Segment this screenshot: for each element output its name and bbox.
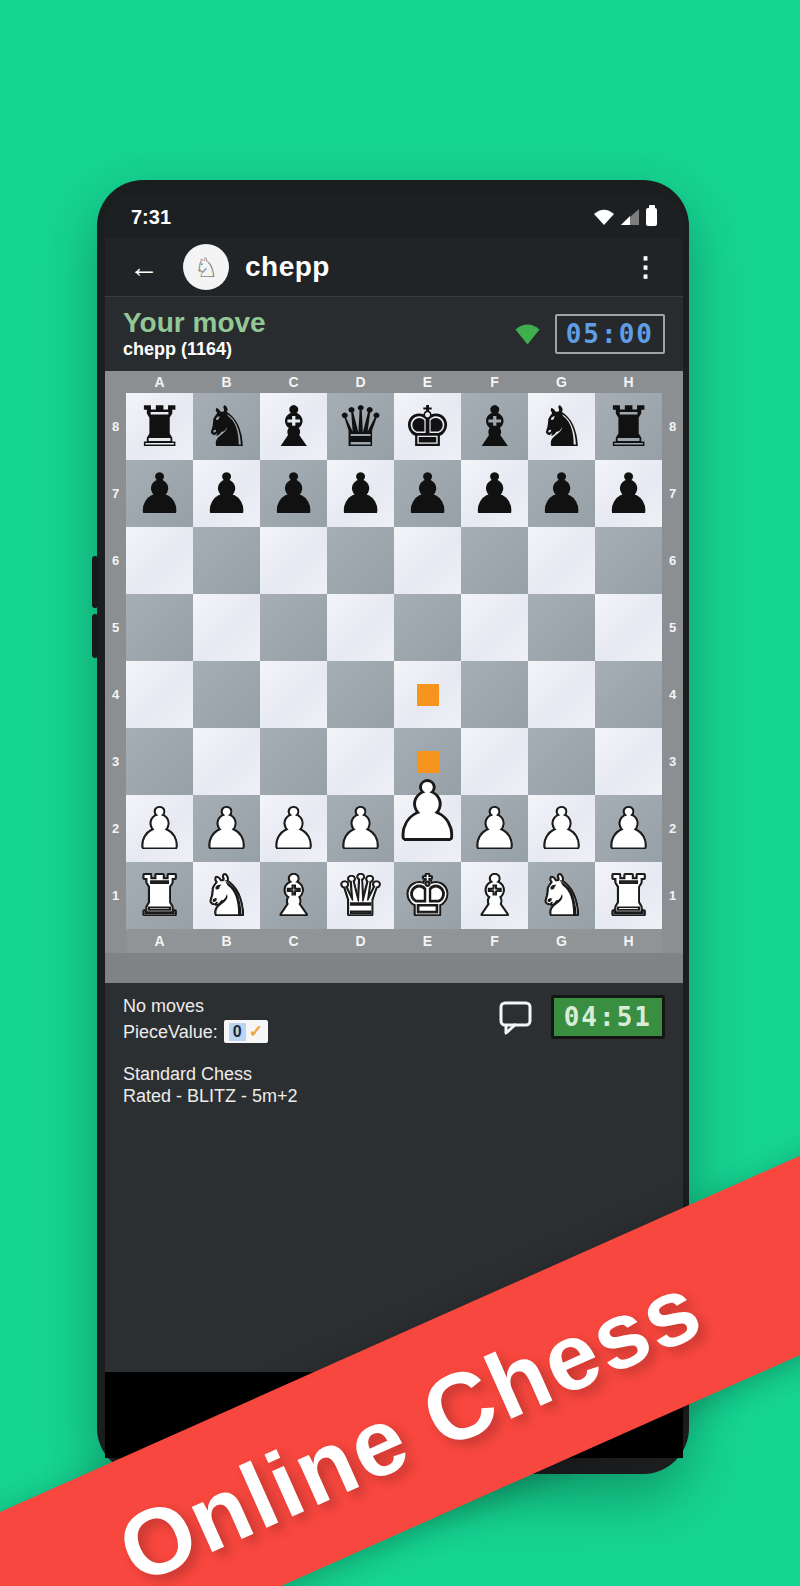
black-bishop-c8[interactable]: ♝ bbox=[260, 393, 327, 460]
rank-label-3: 3 bbox=[105, 728, 126, 795]
black-rook-a8[interactable]: ♜ bbox=[126, 393, 193, 460]
file-label-a: A bbox=[126, 371, 193, 393]
time-control-label: Rated - BLITZ - 5m+2 bbox=[123, 1085, 665, 1107]
square-b2[interactable]: ♟ bbox=[193, 795, 260, 862]
white-rook-a1[interactable]: ♜ bbox=[126, 862, 193, 929]
rank-label-7: 7 bbox=[662, 460, 683, 527]
board-frame-band bbox=[105, 953, 683, 983]
square-h2[interactable]: ♟ bbox=[595, 795, 662, 862]
white-knight-g1[interactable]: ♞ bbox=[528, 862, 595, 929]
white-bishop-f1[interactable]: ♝ bbox=[461, 862, 528, 929]
file-label-h: H bbox=[595, 929, 662, 953]
file-label-c: C bbox=[260, 929, 327, 953]
status-time: 7:31 bbox=[131, 206, 171, 229]
page-title: chepp bbox=[245, 251, 330, 283]
square-e1[interactable]: ♚ bbox=[394, 862, 461, 929]
rank-label-6: 6 bbox=[662, 527, 683, 594]
file-labels-bottom: ABCDEFGH bbox=[126, 929, 662, 953]
square-h8[interactable]: ♜ bbox=[595, 393, 662, 460]
square-a5[interactable] bbox=[126, 594, 193, 661]
square-h3[interactable] bbox=[595, 728, 662, 795]
square-g5[interactable] bbox=[528, 594, 595, 661]
power-button bbox=[92, 614, 98, 658]
square-g7[interactable]: ♟ bbox=[528, 460, 595, 527]
opponent-clock: 05:00 bbox=[555, 314, 665, 354]
white-pawn-b2[interactable]: ♟ bbox=[193, 795, 260, 862]
square-d7[interactable]: ♟ bbox=[327, 460, 394, 527]
black-pawn-h7[interactable]: ♟ bbox=[595, 460, 662, 527]
connection-wifi-icon bbox=[514, 323, 541, 345]
rank-label-5: 5 bbox=[662, 594, 683, 661]
square-e6[interactable] bbox=[394, 527, 461, 594]
square-h6[interactable] bbox=[595, 527, 662, 594]
square-a1[interactable]: ♜ bbox=[126, 862, 193, 929]
black-pawn-e7[interactable]: ♟ bbox=[394, 460, 461, 527]
square-e4[interactable] bbox=[394, 661, 461, 728]
square-d8[interactable]: ♛ bbox=[327, 393, 394, 460]
rank-label-3: 3 bbox=[662, 728, 683, 795]
piece-value: 0 bbox=[229, 1023, 246, 1041]
square-g4[interactable] bbox=[528, 661, 595, 728]
square-c8[interactable]: ♝ bbox=[260, 393, 327, 460]
square-c2[interactable]: ♟ bbox=[260, 795, 327, 862]
file-label-a: A bbox=[126, 929, 193, 953]
black-pawn-f7[interactable]: ♟ bbox=[461, 460, 528, 527]
wifi-icon bbox=[594, 209, 614, 225]
black-pawn-g7[interactable]: ♟ bbox=[528, 460, 595, 527]
phone-screen: 7:31 ← ♘ chepp ⋮ bbox=[105, 196, 683, 1372]
app-screenshot: 7:31 ← ♘ chepp ⋮ bbox=[0, 0, 800, 1586]
square-f4[interactable] bbox=[461, 661, 528, 728]
square-f1[interactable]: ♝ bbox=[461, 862, 528, 929]
player-clock: 04:51 bbox=[551, 995, 665, 1039]
white-pawn-c2[interactable]: ♟ bbox=[260, 795, 327, 862]
white-knight-b1[interactable]: ♞ bbox=[193, 862, 260, 929]
file-label-f: F bbox=[461, 371, 528, 393]
white-rook-h1[interactable]: ♜ bbox=[595, 862, 662, 929]
chess-board: ABCDEFGH 87654321 ♜♞♝♛♚♝♞♜♟♟♟♟♟♟♟♟♟♟♟♟♟♟… bbox=[105, 371, 683, 983]
square-a4[interactable] bbox=[126, 661, 193, 728]
rank-label-5: 5 bbox=[105, 594, 126, 661]
rank-label-8: 8 bbox=[662, 393, 683, 460]
square-f8[interactable]: ♝ bbox=[461, 393, 528, 460]
board-grid: ♜♞♝♛♚♝♞♜♟♟♟♟♟♟♟♟♟♟♟♟♟♟♟♟♜♞♝♛♚♝♞♜ bbox=[126, 393, 662, 929]
square-a6[interactable] bbox=[126, 527, 193, 594]
square-c5[interactable] bbox=[260, 594, 327, 661]
black-pawn-c7[interactable]: ♟ bbox=[260, 460, 327, 527]
white-queen-d1[interactable]: ♛ bbox=[327, 862, 394, 929]
app-bar: ← ♘ chepp ⋮ bbox=[105, 238, 683, 296]
square-c6[interactable] bbox=[260, 527, 327, 594]
square-c1[interactable]: ♝ bbox=[260, 862, 327, 929]
file-labels-top: ABCDEFGH bbox=[126, 371, 662, 393]
rank-labels-right: 87654321 bbox=[662, 393, 683, 929]
square-h5[interactable] bbox=[595, 594, 662, 661]
file-label-g: G bbox=[528, 371, 595, 393]
square-d6[interactable] bbox=[327, 527, 394, 594]
white-bishop-c1[interactable]: ♝ bbox=[260, 862, 327, 929]
rank-label-4: 4 bbox=[105, 661, 126, 728]
rank-label-2: 2 bbox=[105, 795, 126, 862]
battery-icon bbox=[646, 208, 657, 226]
square-a2[interactable]: ♟ bbox=[126, 795, 193, 862]
rank-label-1: 1 bbox=[105, 862, 126, 929]
file-label-g: G bbox=[528, 929, 595, 953]
square-e8[interactable]: ♚ bbox=[394, 393, 461, 460]
black-knight-g8[interactable]: ♞ bbox=[528, 393, 595, 460]
variant-label: Standard Chess bbox=[123, 1063, 665, 1085]
file-label-d: D bbox=[327, 371, 394, 393]
rank-labels-left: 87654321 bbox=[105, 393, 126, 929]
square-g1[interactable]: ♞ bbox=[528, 862, 595, 929]
volume-button bbox=[92, 556, 98, 608]
square-d5[interactable] bbox=[327, 594, 394, 661]
square-d4[interactable] bbox=[327, 661, 394, 728]
black-pawn-b7[interactable]: ♟ bbox=[193, 460, 260, 527]
black-bishop-f8[interactable]: ♝ bbox=[461, 393, 528, 460]
white-king-e1[interactable]: ♚ bbox=[394, 862, 461, 929]
move-hint-e4[interactable] bbox=[417, 684, 439, 706]
check-icon: ✓ bbox=[249, 1021, 263, 1042]
square-f5[interactable] bbox=[461, 594, 528, 661]
black-knight-b8[interactable]: ♞ bbox=[193, 393, 260, 460]
square-h4[interactable] bbox=[595, 661, 662, 728]
white-pawn-h2[interactable]: ♟ bbox=[595, 795, 662, 862]
rank-label-1: 1 bbox=[662, 862, 683, 929]
file-label-e: E bbox=[394, 371, 461, 393]
file-label-c: C bbox=[260, 371, 327, 393]
square-b4[interactable] bbox=[193, 661, 260, 728]
square-a8[interactable]: ♜ bbox=[126, 393, 193, 460]
black-rook-h8[interactable]: ♜ bbox=[595, 393, 662, 460]
back-button[interactable]: ← bbox=[129, 252, 159, 282]
rank-label-7: 7 bbox=[105, 460, 126, 527]
square-h7[interactable]: ♟ bbox=[595, 460, 662, 527]
opponent-avatar[interactable]: ♘ bbox=[183, 244, 229, 290]
file-label-d: D bbox=[327, 929, 394, 953]
chat-icon[interactable] bbox=[495, 997, 535, 1037]
square-e5[interactable] bbox=[394, 594, 461, 661]
white-pawn-e2[interactable]: ♟ bbox=[380, 764, 475, 859]
white-pawn-g2[interactable]: ♟ bbox=[528, 795, 595, 862]
square-c4[interactable] bbox=[260, 661, 327, 728]
file-label-e: E bbox=[394, 929, 461, 953]
rank-label-8: 8 bbox=[105, 393, 126, 460]
file-label-f: F bbox=[461, 929, 528, 953]
file-label-b: B bbox=[193, 371, 260, 393]
status-bar: 7:31 bbox=[105, 196, 683, 238]
square-b7[interactable]: ♟ bbox=[193, 460, 260, 527]
status-icons bbox=[594, 208, 657, 226]
square-f6[interactable] bbox=[461, 527, 528, 594]
white-pawn-a2[interactable]: ♟ bbox=[126, 795, 193, 862]
knight-avatar-icon: ♘ bbox=[194, 254, 218, 281]
rank-label-2: 2 bbox=[662, 795, 683, 862]
square-h1[interactable]: ♜ bbox=[595, 862, 662, 929]
square-g2[interactable]: ♟ bbox=[528, 795, 595, 862]
black-king-e8[interactable]: ♚ bbox=[394, 393, 461, 460]
square-a3[interactable] bbox=[126, 728, 193, 795]
square-e7[interactable]: ♟ bbox=[394, 460, 461, 527]
square-b8[interactable]: ♞ bbox=[193, 393, 260, 460]
square-b6[interactable] bbox=[193, 527, 260, 594]
square-d1[interactable]: ♛ bbox=[327, 862, 394, 929]
square-a7[interactable]: ♟ bbox=[126, 460, 193, 527]
black-pawn-d7[interactable]: ♟ bbox=[327, 460, 394, 527]
turn-panel: Your move chepp (1164) 05:00 bbox=[105, 296, 683, 371]
turn-status: Your move bbox=[123, 308, 266, 338]
file-label-b: B bbox=[193, 929, 260, 953]
file-label-h: H bbox=[595, 371, 662, 393]
square-b3[interactable] bbox=[193, 728, 260, 795]
square-c3[interactable] bbox=[260, 728, 327, 795]
square-b1[interactable]: ♞ bbox=[193, 862, 260, 929]
piece-value-box[interactable]: 0 ✓ bbox=[224, 1020, 268, 1043]
opponent-name-rating: chepp (1164) bbox=[123, 338, 266, 360]
rank-label-4: 4 bbox=[662, 661, 683, 728]
square-b5[interactable] bbox=[193, 594, 260, 661]
square-g8[interactable]: ♞ bbox=[528, 393, 595, 460]
cell-signal-icon bbox=[621, 209, 639, 225]
square-e2[interactable]: ♟ bbox=[394, 795, 461, 862]
rank-label-6: 6 bbox=[105, 527, 126, 594]
square-c7[interactable]: ♟ bbox=[260, 460, 327, 527]
square-g3[interactable] bbox=[528, 728, 595, 795]
square-f7[interactable]: ♟ bbox=[461, 460, 528, 527]
square-g6[interactable] bbox=[528, 527, 595, 594]
moves-status: No moves bbox=[123, 995, 268, 1017]
piece-value-label: PieceValue: bbox=[123, 1021, 218, 1043]
black-queen-d8[interactable]: ♛ bbox=[327, 393, 394, 460]
overflow-menu-button[interactable]: ⋮ bbox=[632, 254, 659, 281]
black-pawn-a7[interactable]: ♟ bbox=[126, 460, 193, 527]
